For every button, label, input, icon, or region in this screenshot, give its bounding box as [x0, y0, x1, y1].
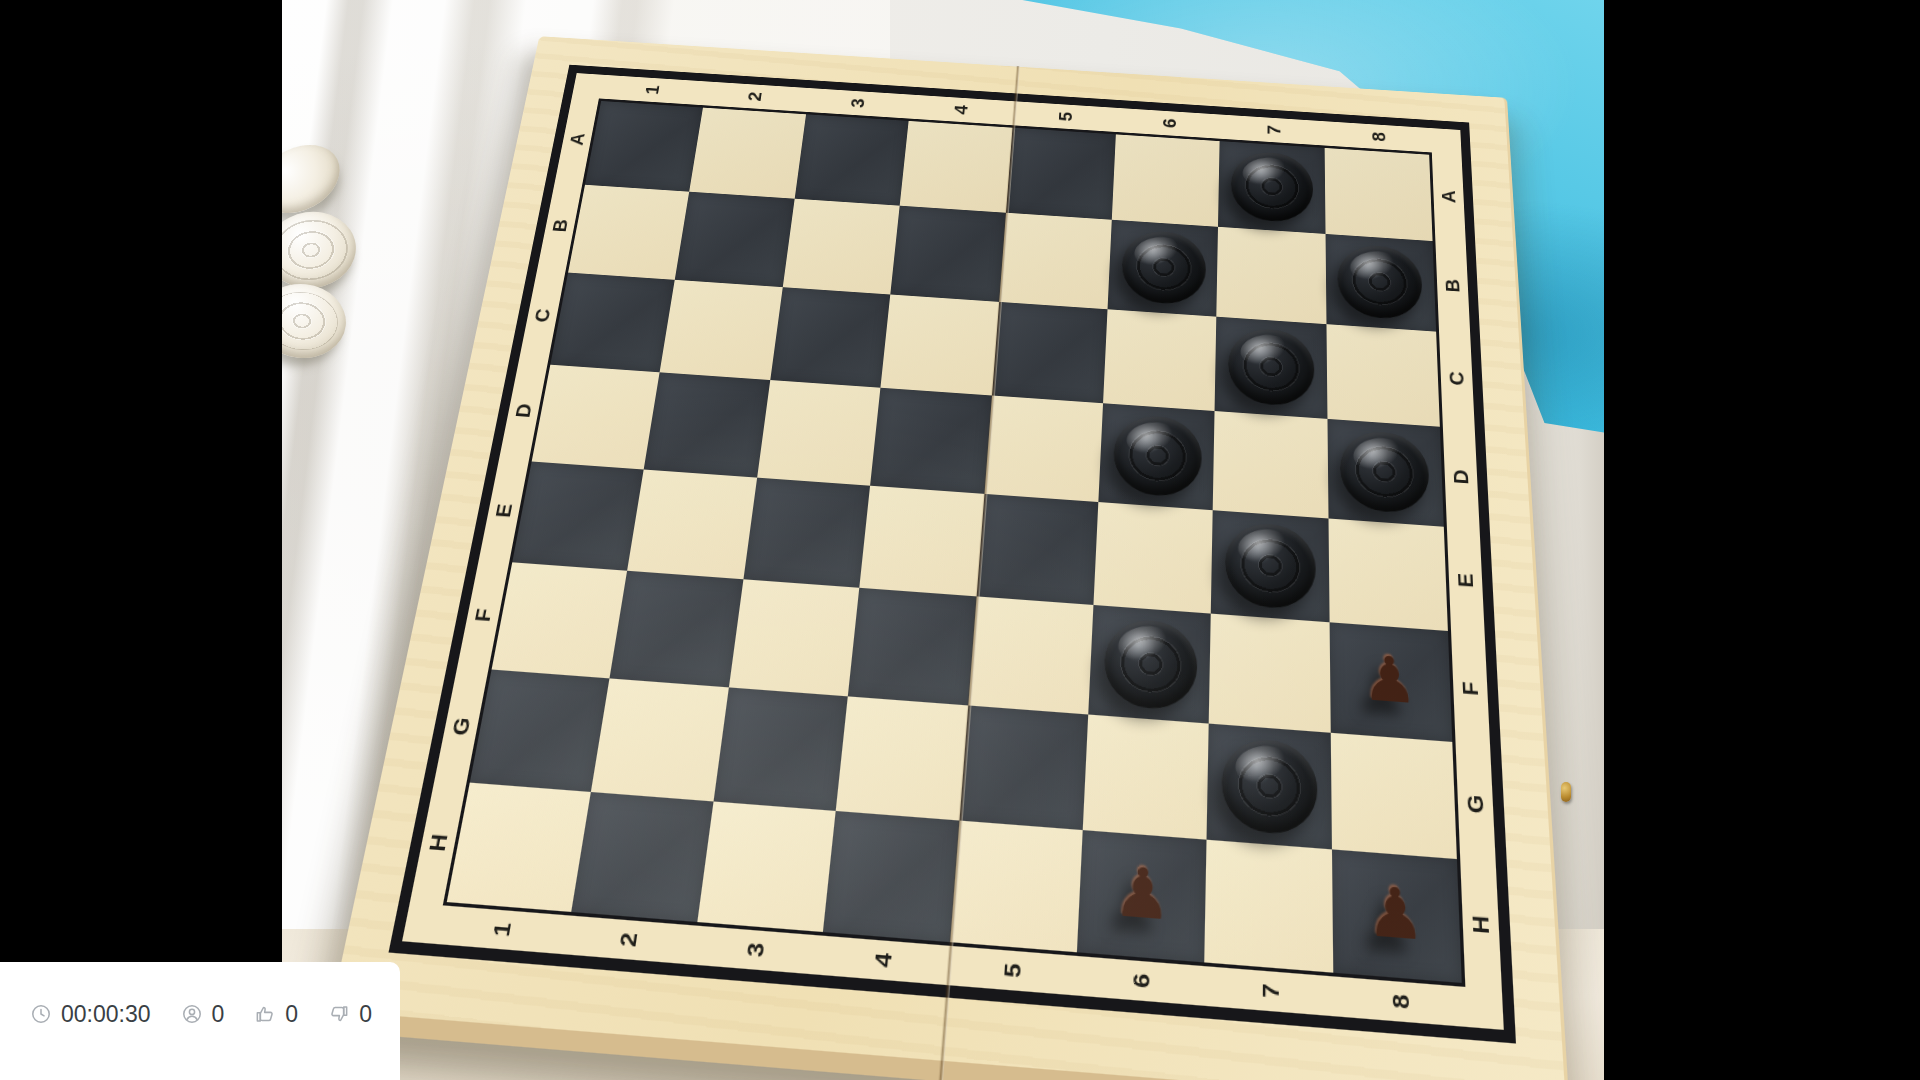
square-C3[interactable] — [770, 287, 890, 387]
square-B6[interactable] — [1107, 220, 1218, 317]
square-F3[interactable] — [729, 580, 860, 697]
square-C1[interactable] — [550, 272, 675, 372]
brass-clasp — [1561, 782, 1571, 802]
like-counter[interactable]: 0 — [254, 1001, 298, 1028]
square-C8[interactable] — [1326, 324, 1440, 426]
white-checker[interactable] — [282, 206, 361, 294]
square-E5[interactable] — [976, 493, 1098, 605]
square-F6[interactable] — [1088, 605, 1211, 724]
square-B8[interactable] — [1325, 234, 1436, 332]
coordinate-label-8: 8 — [1364, 90, 1394, 152]
thumbs-up-icon — [254, 1003, 276, 1025]
square-B2[interactable] — [675, 192, 794, 287]
square-E3[interactable] — [743, 477, 870, 588]
square-D1[interactable] — [532, 364, 660, 469]
square-H3[interactable] — [697, 802, 836, 932]
square-A5[interactable] — [1006, 128, 1116, 220]
playing-field: ♟♟♟ — [443, 98, 1466, 986]
square-D5[interactable] — [984, 395, 1103, 501]
checkers-board: 12345678 12345678 ABCDEFGH ABCDEFGH ♟♟♟ — [327, 36, 1571, 1080]
square-E4[interactable] — [859, 485, 984, 597]
square-G7[interactable] — [1207, 724, 1332, 850]
video-frame: 12345678 12345678 ABCDEFGH ABCDEFGH ♟♟♟ … — [0, 0, 1920, 1080]
square-D6[interactable] — [1098, 403, 1215, 510]
square-F7[interactable] — [1209, 614, 1330, 733]
square-E2[interactable] — [627, 469, 757, 580]
square-C7[interactable] — [1215, 316, 1327, 418]
square-E6[interactable] — [1093, 502, 1213, 614]
square-G6[interactable] — [1083, 715, 1209, 840]
square-D8[interactable] — [1327, 419, 1444, 527]
square-A6[interactable] — [1112, 134, 1220, 226]
brown-pawn-F8[interactable]: ♟ — [1362, 646, 1419, 712]
square-B5[interactable] — [999, 213, 1112, 309]
clock-icon — [30, 1003, 52, 1025]
dislikes-count: 0 — [359, 1001, 372, 1028]
likes-count: 0 — [285, 1001, 298, 1028]
square-B4[interactable] — [890, 206, 1005, 302]
square-G2[interactable] — [591, 679, 728, 802]
square-A4[interactable] — [900, 121, 1012, 213]
square-A8[interactable] — [1324, 148, 1432, 241]
elapsed-time: 00:00:30 — [30, 1001, 151, 1028]
square-C6[interactable] — [1103, 309, 1217, 411]
square-H8[interactable]: ♟ — [1332, 850, 1462, 983]
square-G5[interactable] — [959, 706, 1088, 831]
comments-count: 0 — [212, 1001, 225, 1028]
square-F8[interactable]: ♟ — [1329, 623, 1452, 743]
square-C4[interactable] — [881, 294, 999, 395]
square-F4[interactable] — [848, 588, 976, 706]
square-H2[interactable] — [572, 792, 714, 922]
photo-scene: 12345678 12345678 ABCDEFGH ABCDEFGH ♟♟♟ — [282, 0, 1604, 1080]
dislike-counter[interactable]: 0 — [328, 1001, 372, 1028]
square-A2[interactable] — [690, 108, 806, 199]
square-B1[interactable] — [568, 185, 689, 280]
white-checker[interactable] — [282, 280, 350, 363]
black-checker-C7[interactable] — [1227, 327, 1314, 408]
square-C2[interactable] — [660, 280, 783, 380]
comments-counter[interactable]: 0 — [181, 1001, 225, 1028]
black-checker-D6[interactable] — [1112, 414, 1203, 499]
black-checker-D8[interactable] — [1340, 429, 1431, 515]
square-D4[interactable] — [870, 387, 991, 493]
black-checker-B8[interactable] — [1337, 244, 1423, 322]
coordinate-label-1: 1 — [472, 905, 532, 1001]
square-E1[interactable] — [512, 461, 644, 571]
square-A7[interactable] — [1218, 141, 1325, 234]
coordinate-label-C: C — [1432, 360, 1502, 397]
square-F1[interactable] — [492, 563, 628, 679]
black-checker-A7[interactable] — [1230, 150, 1313, 224]
square-H6[interactable]: ♟ — [1077, 830, 1207, 962]
black-checker-B6[interactable] — [1120, 229, 1206, 306]
black-checker-F6[interactable] — [1102, 617, 1197, 711]
square-G8[interactable] — [1330, 733, 1457, 859]
square-G3[interactable] — [713, 688, 848, 811]
person-icon — [181, 1003, 203, 1025]
square-H4[interactable] — [823, 811, 959, 942]
square-D3[interactable] — [757, 380, 881, 486]
square-D2[interactable] — [644, 372, 770, 477]
square-D7[interactable] — [1213, 411, 1328, 518]
brown-pawn-H6[interactable]: ♟ — [1112, 856, 1172, 929]
square-A3[interactable] — [794, 114, 908, 205]
square-F2[interactable] — [610, 571, 743, 688]
square-E8[interactable] — [1328, 518, 1448, 631]
square-B7[interactable] — [1217, 227, 1327, 324]
square-H5[interactable] — [950, 821, 1083, 953]
square-G4[interactable] — [836, 697, 968, 821]
square-B3[interactable] — [783, 199, 900, 295]
square-H1[interactable] — [447, 783, 591, 912]
square-G1[interactable] — [470, 670, 610, 792]
brown-pawn-H8[interactable]: ♟ — [1366, 876, 1426, 950]
elapsed-time-value: 00:00:30 — [61, 1001, 151, 1028]
square-C5[interactable] — [992, 302, 1108, 403]
square-A1[interactable] — [585, 101, 703, 192]
coordinate-label-A: A — [1432, 180, 1498, 213]
black-checker-E7[interactable] — [1224, 521, 1316, 611]
coordinate-label-B: B — [1432, 268, 1502, 303]
black-checker-G7[interactable] — [1221, 736, 1318, 836]
square-F5[interactable] — [968, 597, 1094, 715]
thumbs-down-icon — [328, 1003, 350, 1025]
video-stats-overlay: 00:00:30 0 0 0 — [0, 962, 400, 1080]
square-H7[interactable] — [1205, 840, 1333, 973]
square-E7[interactable] — [1211, 510, 1329, 623]
